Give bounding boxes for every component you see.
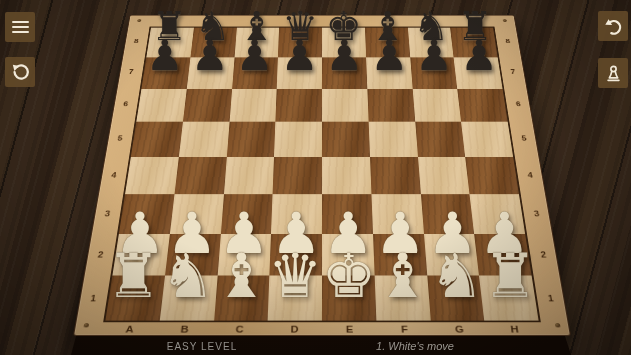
rotate-board-icon xyxy=(10,62,31,83)
piece-black-pawn-f7[interactable]: ♟ xyxy=(370,35,408,77)
rank-label-6: 6 xyxy=(113,100,138,108)
switch-side-pawn-icon xyxy=(603,63,624,84)
menu-icon xyxy=(12,18,29,35)
square-a4[interactable] xyxy=(125,157,179,194)
level-label: EASY LEVEL xyxy=(142,341,262,352)
piece-white-bishop-f1[interactable]: ♝ xyxy=(375,246,430,307)
undo-button[interactable] xyxy=(598,11,628,41)
square-g5[interactable] xyxy=(415,122,466,157)
piece-white-rook-a1[interactable]: ♜ xyxy=(106,246,161,307)
square-d4[interactable] xyxy=(273,157,322,194)
square-f6[interactable] xyxy=(367,89,415,122)
rank-label-7: 7 xyxy=(501,68,525,76)
rank-label-5: 5 xyxy=(511,134,537,143)
square-a5[interactable] xyxy=(131,122,183,157)
file-label-e: E xyxy=(322,323,377,335)
frame-screw xyxy=(555,323,561,327)
rank-label-8: 8 xyxy=(124,38,147,46)
rank-label-4: 4 xyxy=(517,171,543,181)
piece-white-rook-h1[interactable]: ♜ xyxy=(483,246,538,307)
square-d5[interactable] xyxy=(274,122,322,157)
rank-label-1: 1 xyxy=(78,293,107,304)
file-label-h: H xyxy=(486,323,543,335)
square-h5[interactable] xyxy=(461,122,513,157)
chess-app: 1122334455667788ABCDEFGH ♜♞♝♛♚♝♞♜♟♟♟♟♟♟♟… xyxy=(0,0,631,355)
square-e5[interactable] xyxy=(322,122,370,157)
file-label-d: D xyxy=(267,323,322,335)
square-e6[interactable] xyxy=(322,89,368,122)
rank-label-6: 6 xyxy=(506,100,531,108)
move-indicator: 1. White's move xyxy=(350,340,480,352)
square-b4[interactable] xyxy=(174,157,226,194)
rank-label-1: 1 xyxy=(536,293,565,304)
file-label-f: F xyxy=(377,323,433,335)
square-f5[interactable] xyxy=(368,122,417,157)
piece-black-pawn-h7[interactable]: ♟ xyxy=(460,35,498,77)
frame-screw xyxy=(503,19,507,22)
square-g4[interactable] xyxy=(418,157,470,194)
rank-label-7: 7 xyxy=(119,68,143,76)
piece-black-pawn-g7[interactable]: ♟ xyxy=(415,35,453,77)
piece-black-pawn-a7[interactable]: ♟ xyxy=(146,35,184,77)
file-label-b: B xyxy=(156,323,212,335)
rank-label-5: 5 xyxy=(107,134,133,143)
switch-side-button[interactable] xyxy=(598,58,628,88)
square-h6[interactable] xyxy=(457,89,507,122)
square-d6[interactable] xyxy=(276,89,322,122)
square-c4[interactable] xyxy=(224,157,275,194)
undo-icon xyxy=(603,16,624,37)
piece-white-knight-g1[interactable]: ♞ xyxy=(429,246,484,307)
square-b6[interactable] xyxy=(183,89,232,122)
square-c6[interactable] xyxy=(229,89,277,122)
square-b5[interactable] xyxy=(179,122,230,157)
piece-white-queen-d1[interactable]: ♛ xyxy=(268,246,323,307)
piece-white-king-e1[interactable]: ♚ xyxy=(322,246,377,307)
file-label-g: G xyxy=(431,323,487,335)
square-g6[interactable] xyxy=(412,89,461,122)
rank-label-4: 4 xyxy=(101,171,127,181)
square-c5[interactable] xyxy=(226,122,275,157)
file-label-c: C xyxy=(212,323,268,335)
square-a6[interactable] xyxy=(136,89,186,122)
square-e4[interactable] xyxy=(322,157,371,194)
piece-black-pawn-c7[interactable]: ♟ xyxy=(236,35,274,77)
rank-label-8: 8 xyxy=(496,38,519,46)
piece-black-pawn-b7[interactable]: ♟ xyxy=(191,35,229,77)
rotate-board-button[interactable] xyxy=(5,57,35,87)
piece-black-pawn-d7[interactable]: ♟ xyxy=(281,35,319,77)
piece-black-pawn-e7[interactable]: ♟ xyxy=(326,35,364,77)
file-label-a: A xyxy=(101,323,158,335)
square-f4[interactable] xyxy=(370,157,421,194)
menu-button[interactable] xyxy=(5,12,35,42)
piece-white-bishop-c1[interactable]: ♝ xyxy=(214,246,269,307)
piece-white-knight-b1[interactable]: ♞ xyxy=(160,246,215,307)
square-h4[interactable] xyxy=(465,157,519,194)
